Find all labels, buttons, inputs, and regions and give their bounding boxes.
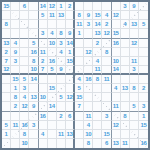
sudoku-board: 1561412123951113891541281131424135348911…: [0, 0, 150, 150]
cell-r9c7-empty[interactable]: [57, 75, 66, 84]
cell-r10c15-given-8[interactable]: 8: [130, 84, 139, 93]
cell-r2c10-given-9[interactable]: 9: [84, 11, 93, 20]
cell-r5c3-empty[interactable]: [20, 39, 29, 48]
cell-r9c2-given-15[interactable]: 15: [11, 75, 20, 84]
cell-r8c7-given-9[interactable]: 9: [57, 66, 66, 75]
cell-r7c9-empty[interactable]: [75, 57, 84, 66]
cell-r10c4-empty[interactable]: [29, 84, 38, 93]
cell-r4c8-given-9[interactable]: 9: [66, 29, 75, 38]
cell-r13c16-given-1[interactable]: 1: [139, 112, 148, 121]
cell-r12c4-given-9[interactable]: 9: [29, 102, 38, 111]
cell-r4c16-empty[interactable]: [139, 29, 148, 38]
cell-r12c8-empty[interactable]: [66, 102, 75, 111]
cell-r6c13-empty[interactable]: [112, 48, 121, 57]
cell-r7c2-given-3[interactable]: 3: [11, 57, 20, 66]
cell-r11c11-empty[interactable]: [93, 93, 102, 102]
cell-r15c16-empty[interactable]: [139, 130, 148, 139]
cell-r11c1-empty[interactable]: [2, 93, 11, 102]
cell-r14c16-given-15[interactable]: 15: [139, 121, 148, 130]
cell-r10c11-empty[interactable]: [93, 84, 102, 93]
cell-r16c3-given-10[interactable]: 10: [20, 139, 29, 148]
cell-r11c8-given-12[interactable]: 12: [66, 93, 75, 102]
cell-r10c8-empty[interactable]: [66, 84, 75, 93]
cell-r5c5-empty[interactable]: [39, 39, 48, 48]
cell-r10c6-given-15[interactable]: 15: [48, 84, 57, 93]
cell-r5c16-empty[interactable]: [139, 39, 148, 48]
cell-r6c5-given-11[interactable]: 11: [39, 48, 48, 57]
cell-r9c9-given-4[interactable]: 4: [75, 75, 84, 84]
cell-r3c9-given-11[interactable]: 11: [75, 20, 84, 29]
cell-r10c3-given-3[interactable]: 3: [20, 84, 29, 93]
cell-r8c5-given-7[interactable]: 7: [39, 66, 48, 75]
cell-r15c9-empty[interactable]: [75, 130, 84, 139]
cell-r2c15-empty[interactable]: [130, 11, 139, 20]
cell-r1c10-empty[interactable]: [84, 2, 93, 11]
cell-r6c3-empty[interactable]: [20, 48, 29, 57]
cell-r11c2-given-8[interactable]: 8: [11, 93, 20, 102]
cell-r9c1-empty[interactable]: [2, 75, 11, 84]
cell-r2c3-empty[interactable]: [20, 11, 29, 20]
cell-r4c2-empty[interactable]: [11, 29, 20, 38]
cell-r8c11-given-11[interactable]: 11: [93, 66, 102, 75]
cell-r11c3-given-4[interactable]: 4: [20, 93, 29, 102]
cell-r4c12-given-12[interactable]: 12: [102, 29, 111, 38]
cell-r11c6-empty[interactable]: [48, 93, 57, 102]
cell-r10c13-given-4[interactable]: 4: [112, 84, 121, 93]
cell-r14c3-given-16[interactable]: 16: [20, 121, 29, 130]
cell-r12c7-empty[interactable]: [57, 102, 66, 111]
cell-r12c10-empty[interactable]: [84, 102, 93, 111]
cell-r11c13-empty[interactable]: [112, 93, 121, 102]
cell-r16c15-empty[interactable]: [130, 139, 139, 148]
cell-r6c8-given-1[interactable]: 1: [66, 48, 75, 57]
cell-r8c8-empty[interactable]: [66, 66, 75, 75]
cell-r8c14-empty[interactable]: [121, 66, 130, 75]
cell-r2c12-given-4[interactable]: 4: [102, 11, 111, 20]
cell-r1c8-given-2[interactable]: 2: [66, 2, 75, 11]
cell-r15c5-given-4[interactable]: 4: [39, 130, 48, 139]
cell-r4c7-given-8[interactable]: 8: [57, 29, 66, 38]
cell-r13c4-empty[interactable]: [29, 112, 38, 121]
cell-r1c5-given-14[interactable]: 14: [39, 2, 48, 11]
cell-r7c1-given-7[interactable]: 7: [2, 57, 11, 66]
cell-r3c12-given-2[interactable]: 2: [102, 20, 111, 29]
cell-r4c10-empty[interactable]: [84, 29, 93, 38]
cell-r11c5-given-10[interactable]: 10: [39, 93, 48, 102]
cell-r14c8-empty[interactable]: [66, 121, 75, 130]
cell-r2c16-empty[interactable]: [139, 11, 148, 20]
cell-r16c12-given-6[interactable]: 6: [102, 139, 111, 148]
cell-r2c14-empty[interactable]: [121, 11, 130, 20]
cell-r2c1-empty[interactable]: [2, 11, 11, 20]
cell-r16c16-given-16[interactable]: 16: [139, 139, 148, 148]
cell-r4c1-empty[interactable]: [2, 29, 11, 38]
cell-r1c7-given-1[interactable]: 1: [57, 2, 66, 11]
cell-r4c6-given-4[interactable]: 4: [48, 29, 57, 38]
cell-r11c12-empty[interactable]: [102, 93, 111, 102]
cell-r2c8-empty[interactable]: [66, 11, 75, 20]
cell-r15c15-empty[interactable]: [130, 130, 139, 139]
cell-r8c2-empty[interactable]: [11, 66, 20, 75]
cell-r3c10-given-3[interactable]: 3: [84, 20, 93, 29]
cell-r10c2-given-1[interactable]: 1: [11, 84, 20, 93]
cell-r16c2-empty[interactable]: [11, 139, 20, 148]
cell-r9c13-empty[interactable]: [112, 75, 121, 84]
cell-r13c7-given-2[interactable]: 2: [57, 112, 66, 121]
cell-r10c1-empty[interactable]: [2, 84, 11, 93]
cell-r14c15-empty[interactable]: [130, 121, 139, 130]
cell-r6c15-empty[interactable]: [130, 48, 139, 57]
cell-r13c14-given-8[interactable]: 8: [121, 112, 130, 121]
cell-r10c12-empty[interactable]: [102, 84, 111, 93]
cell-r1c14-given-3[interactable]: 3: [121, 2, 130, 11]
cell-r14c13-given-12[interactable]: 12: [112, 121, 121, 130]
cell-r2c7-given-13[interactable]: 13: [57, 11, 66, 20]
cell-r14c10-given-4[interactable]: 4: [84, 121, 93, 130]
cell-r2c2-empty[interactable]: [11, 11, 20, 20]
cell-r13c15-empty[interactable]: [130, 112, 139, 121]
cell-r1c1-given-15[interactable]: 15: [2, 2, 11, 11]
cell-r7c5-given-2[interactable]: 2: [39, 57, 48, 66]
cell-r11c9-given-15[interactable]: 15: [75, 93, 84, 102]
cell-r16c14-given-11[interactable]: 11: [121, 139, 130, 148]
cell-r12c2-given-2[interactable]: 2: [11, 102, 20, 111]
cell-r6c16-empty[interactable]: [139, 48, 148, 57]
cell-r13c3-empty[interactable]: [20, 112, 29, 121]
cell-r1c16-empty[interactable]: [139, 2, 148, 11]
cell-r1c4-empty[interactable]: [29, 2, 38, 11]
cell-r13c5-given-16[interactable]: 16: [39, 112, 48, 121]
cell-r9c10-given-16[interactable]: 16: [84, 75, 93, 84]
cell-r10c7-empty[interactable]: [57, 84, 66, 93]
cell-r2c6-given-11[interactable]: 11: [48, 11, 57, 20]
cell-r5c13-given-16[interactable]: 16: [112, 39, 121, 48]
cell-r9c6-empty[interactable]: [48, 75, 57, 84]
cell-r16c5-empty[interactable]: [39, 139, 48, 148]
cell-r9c12-given-11[interactable]: 11: [102, 75, 111, 84]
cell-r9c16-empty[interactable]: [139, 75, 148, 84]
cell-r9c5-empty[interactable]: [39, 75, 48, 84]
cell-r2c13-given-12[interactable]: 12: [112, 11, 121, 20]
cell-r5c4-given-5[interactable]: 5: [29, 39, 38, 48]
cell-r5c14-empty[interactable]: [121, 39, 130, 48]
cell-r14c11-empty[interactable]: [93, 121, 102, 130]
cell-r8c13-given-14[interactable]: 14: [112, 66, 121, 75]
cell-r16c6-empty[interactable]: [48, 139, 57, 148]
cell-r15c6-empty[interactable]: [48, 130, 57, 139]
cell-r7c8-given-15[interactable]: 15: [66, 57, 75, 66]
cell-r8c12-empty[interactable]: [102, 66, 111, 75]
cell-r11c10-empty[interactable]: [84, 93, 93, 102]
cell-r7c11-given-4[interactable]: 4: [93, 57, 102, 66]
cell-r3c4-empty[interactable]: [29, 20, 38, 29]
cell-r6c1-given-2[interactable]: 2: [2, 48, 11, 57]
cell-r15c12-given-15[interactable]: 15: [102, 130, 111, 139]
cell-r3c3-empty[interactable]: [20, 20, 29, 29]
cell-r15c8-given-13[interactable]: 13: [66, 130, 75, 139]
cell-r14c14-empty[interactable]: [121, 121, 130, 130]
cell-r12c13-given-11[interactable]: 11: [112, 102, 121, 111]
cell-r8c15-given-3[interactable]: 3: [130, 66, 139, 75]
cell-r2c4-empty[interactable]: [29, 11, 38, 20]
cell-r1c3-given-6[interactable]: 6: [20, 2, 29, 11]
cell-r11c7-given-5[interactable]: 5: [57, 93, 66, 102]
cell-r14c4-given-3[interactable]: 3: [29, 121, 38, 130]
cell-r13c9-empty[interactable]: [75, 112, 84, 121]
cell-r15c7-given-11[interactable]: 11: [57, 130, 66, 139]
cell-r9c3-given-5[interactable]: 5: [20, 75, 29, 84]
cell-r5c8-given-14[interactable]: 14: [66, 39, 75, 48]
cell-r10c14-given-13[interactable]: 13: [121, 84, 130, 93]
cell-r13c11-empty[interactable]: [93, 112, 102, 121]
cell-r7c14-empty[interactable]: [121, 57, 130, 66]
cell-r12c9-given-7[interactable]: 7: [75, 102, 84, 111]
cell-r3c1-given-8[interactable]: 8: [2, 20, 11, 29]
cell-r15c10-given-10[interactable]: 10: [84, 130, 93, 139]
cell-r11c15-empty[interactable]: [130, 93, 139, 102]
cell-r12c11-empty[interactable]: [93, 102, 102, 111]
cell-r9c8-empty[interactable]: [66, 75, 75, 84]
cell-r7c4-given-8[interactable]: 8: [29, 57, 38, 66]
cell-r2c5-given-5[interactable]: 5: [39, 11, 48, 20]
cell-r11c4-given-13[interactable]: 13: [29, 93, 38, 102]
cell-r5c15-given-12[interactable]: 12: [130, 39, 139, 48]
cell-r6c11-empty[interactable]: [93, 48, 102, 57]
cell-r3c8-empty[interactable]: [66, 20, 75, 29]
cell-r15c3-given-8[interactable]: 8: [20, 130, 29, 139]
cell-r9c15-empty[interactable]: [130, 75, 139, 84]
cell-r4c14-empty[interactable]: [121, 29, 130, 38]
cell-r3c11-given-14[interactable]: 14: [93, 20, 102, 29]
cell-r8c3-empty[interactable]: [20, 66, 29, 75]
cell-r3c2-empty[interactable]: [11, 20, 20, 29]
cell-r14c6-empty[interactable]: [48, 121, 57, 130]
cell-r3c7-empty[interactable]: [57, 20, 66, 29]
cell-r8c16-empty[interactable]: [139, 66, 148, 75]
cell-r7c15-given-11[interactable]: 11: [130, 57, 139, 66]
cell-r12c1-empty[interactable]: [2, 102, 11, 111]
cell-r3c6-empty[interactable]: [48, 20, 57, 29]
cell-r7c10-empty[interactable]: [84, 57, 93, 66]
cell-r5c2-given-4[interactable]: 4: [11, 39, 20, 48]
cell-r6c10-given-12[interactable]: 12: [84, 48, 93, 57]
cell-r13c8-given-6[interactable]: 6: [66, 112, 75, 121]
cell-r7c7-empty[interactable]: [57, 57, 66, 66]
cell-r6c6-empty[interactable]: [48, 48, 57, 57]
cell-r10c16-given-2[interactable]: 2: [139, 84, 148, 93]
cell-r4c11-given-13[interactable]: 13: [93, 29, 102, 38]
cell-r15c14-empty[interactable]: [121, 130, 130, 139]
cell-r9c4-given-14[interactable]: 14: [29, 75, 38, 84]
cell-r1c6-given-12[interactable]: 12: [48, 2, 57, 11]
cell-r13c10-given-11[interactable]: 11: [84, 112, 93, 121]
cell-r5c1-given-13[interactable]: 13: [2, 39, 11, 48]
cell-r13c2-empty[interactable]: [11, 112, 20, 121]
cell-r12c15-given-5[interactable]: 5: [130, 102, 139, 111]
cell-r14c1-given-5[interactable]: 5: [2, 121, 11, 130]
cell-r16c7-empty[interactable]: [57, 139, 66, 148]
cell-r1c13-empty[interactable]: [112, 2, 121, 11]
cell-r6c9-empty[interactable]: [75, 48, 84, 57]
cell-r5c7-given-3[interactable]: 3: [57, 39, 66, 48]
cell-r15c4-empty[interactable]: [29, 130, 38, 139]
cell-r6c14-empty[interactable]: [121, 48, 130, 57]
cell-r16c1-empty[interactable]: [2, 139, 11, 148]
cell-r3c13-empty[interactable]: [112, 20, 121, 29]
cell-r4c13-given-15[interactable]: 15: [112, 29, 121, 38]
cell-r16c11-empty[interactable]: [93, 139, 102, 148]
cell-r7c3-empty[interactable]: [20, 57, 29, 66]
cell-r1c9-empty[interactable]: [75, 2, 84, 11]
cell-r8c1-given-12[interactable]: 12: [2, 66, 11, 75]
cell-r14c2-given-11[interactable]: 11: [11, 121, 20, 130]
cell-r8c4-given-10[interactable]: 10: [29, 66, 38, 75]
cell-r7c6-given-16[interactable]: 16: [48, 57, 57, 66]
cell-r4c3-empty[interactable]: [20, 29, 29, 38]
cell-r4c4-empty[interactable]: [29, 29, 38, 38]
cell-r11c14-empty[interactable]: [121, 93, 130, 102]
cell-r9c14-empty[interactable]: [121, 75, 130, 84]
cell-r4c5-given-3[interactable]: 3: [39, 29, 48, 38]
cell-r6c4-given-16[interactable]: 16: [29, 48, 38, 57]
cell-r15c1-given-1[interactable]: 1: [2, 130, 11, 139]
cell-r6c7-given-4[interactable]: 4: [57, 48, 66, 57]
cell-r6c12-given-8[interactable]: 8: [102, 48, 111, 57]
cell-r3c16-given-5[interactable]: 5: [139, 20, 148, 29]
cell-r15c11-empty[interactable]: [93, 130, 102, 139]
cell-r3c15-given-13[interactable]: 13: [130, 20, 139, 29]
cell-r13c13-empty[interactable]: [112, 112, 121, 121]
cell-r8c10-empty[interactable]: [84, 66, 93, 75]
cell-r15c2-empty[interactable]: [11, 130, 20, 139]
cell-r4c9-given-1[interactable]: 1: [75, 29, 84, 38]
cell-r1c15-given-9[interactable]: 9: [130, 2, 139, 11]
cell-r5c12-empty[interactable]: [102, 39, 111, 48]
cell-r1c12-empty[interactable]: [102, 2, 111, 11]
cell-r14c12-empty[interactable]: [102, 121, 111, 130]
cell-r12c3-given-12[interactable]: 12: [20, 102, 29, 111]
cell-r1c2-empty[interactable]: [11, 2, 20, 11]
cell-r14c9-empty[interactable]: [75, 121, 84, 130]
cell-r6c2-given-9[interactable]: 9: [11, 48, 20, 57]
cell-r5c10-empty[interactable]: [84, 39, 93, 48]
cell-r13c12-given-3[interactable]: 3: [102, 112, 111, 121]
cell-r2c11-given-15[interactable]: 15: [93, 11, 102, 20]
cell-r3c5-empty[interactable]: [39, 20, 48, 29]
cell-r10c5-empty[interactable]: [39, 84, 48, 93]
cell-r5c9-empty[interactable]: [75, 39, 84, 48]
cell-r8c9-empty[interactable]: [75, 66, 84, 75]
cell-r13c1-empty[interactable]: [2, 112, 11, 121]
cell-r7c12-empty[interactable]: [102, 57, 111, 66]
cell-r16c8-empty[interactable]: [66, 139, 75, 148]
cell-r4c15-empty[interactable]: [130, 29, 139, 38]
cell-r14c5-empty[interactable]: [39, 121, 48, 130]
cell-r16c9-empty[interactable]: [75, 139, 84, 148]
cell-r12c5-empty[interactable]: [39, 102, 48, 111]
cell-r3c14-given-4[interactable]: 4: [121, 20, 130, 29]
cell-r11c16-empty[interactable]: [139, 93, 148, 102]
cell-r5c6-given-10[interactable]: 10: [48, 39, 57, 48]
cell-r5c11-given-2[interactable]: 2: [93, 39, 102, 48]
cell-r12c16-given-3[interactable]: 3: [139, 102, 148, 111]
cell-r7c13-given-10[interactable]: 10: [112, 57, 121, 66]
cell-r16c4-empty[interactable]: [29, 139, 38, 148]
cell-r14c7-empty[interactable]: [57, 121, 66, 130]
cell-r8c6-given-5[interactable]: 5: [48, 66, 57, 75]
cell-r1c11-empty[interactable]: [93, 2, 102, 11]
cell-r12c14-empty[interactable]: [121, 102, 130, 111]
cell-r12c12-empty[interactable]: [102, 102, 111, 111]
cell-r12c6-given-14[interactable]: 14: [48, 102, 57, 111]
cell-r13c6-empty[interactable]: [48, 112, 57, 121]
cell-r2c9-given-8[interactable]: 8: [75, 11, 84, 20]
cell-r10c9-given-5[interactable]: 5: [75, 84, 84, 93]
cell-r16c13-given-13[interactable]: 13: [112, 139, 121, 148]
cell-r16c10-given-8[interactable]: 8: [84, 139, 93, 148]
cell-r9c11-given-8[interactable]: 8: [93, 75, 102, 84]
cell-r15c13-empty[interactable]: [112, 130, 121, 139]
cell-r10c10-empty[interactable]: [84, 84, 93, 93]
cell-r7c16-empty[interactable]: [139, 57, 148, 66]
